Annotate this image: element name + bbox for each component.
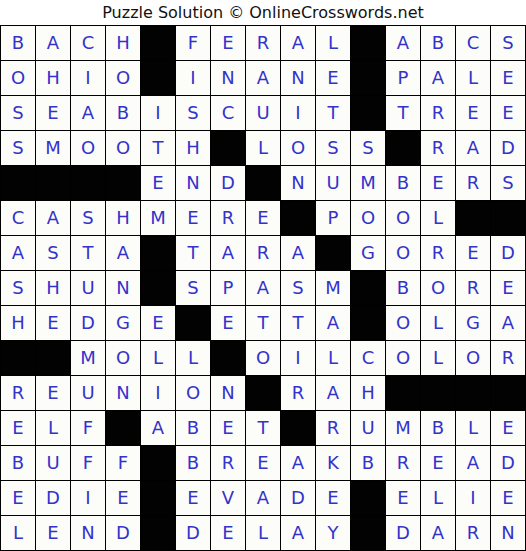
letter-cell-r9c4: G	[106, 306, 140, 340]
block-cell-r3c11	[351, 96, 385, 130]
block-cell-r5c1	[1, 166, 35, 200]
letter-cell-r3c6: S	[176, 96, 210, 130]
letter-cell-r4c5: T	[141, 131, 175, 165]
title-bar: Puzzle Solution © OnlineCrosswords.net	[0, 0, 526, 25]
letter-cell-r7c12: O	[386, 236, 420, 270]
block-cell-r11c15	[491, 376, 525, 410]
letter-cell-r13c4: F	[106, 446, 140, 480]
letter-cell-r2c6: I	[176, 61, 210, 95]
letter-cell-r5c6: N	[176, 166, 210, 200]
block-cell-r12c4	[106, 411, 140, 445]
letter-cell-r15c13: A	[421, 516, 455, 550]
letter-cell-r12c3: F	[71, 411, 105, 445]
block-cell-r6c9	[281, 201, 315, 235]
letter-cell-r13c2: U	[36, 446, 70, 480]
letter-cell-r2c3: I	[71, 61, 105, 95]
block-cell-r6c15	[491, 201, 525, 235]
letter-cell-r9c1: H	[1, 306, 35, 340]
letter-cell-r11c11: H	[351, 376, 385, 410]
block-cell-r13c5	[141, 446, 175, 480]
letter-cell-r14c3: I	[71, 481, 105, 515]
letter-cell-r4c13: R	[421, 131, 455, 165]
block-cell-r8c5	[141, 271, 175, 305]
letter-cell-r4c15: D	[491, 131, 525, 165]
letter-cell-r15c7: E	[211, 516, 245, 550]
letter-cell-r4c6: H	[176, 131, 210, 165]
letter-cell-r14c14: I	[456, 481, 490, 515]
letter-cell-r2c2: H	[36, 61, 70, 95]
letter-cell-r7c4: A	[106, 236, 140, 270]
letter-cell-r6c7: R	[211, 201, 245, 235]
letter-cell-r3c9: I	[281, 96, 315, 130]
letter-cell-r8c12: B	[386, 271, 420, 305]
letter-cell-r10c6: L	[176, 341, 210, 375]
letter-cell-r8c6: S	[176, 271, 210, 305]
letter-cell-r2c7: N	[211, 61, 245, 95]
letter-cell-r3c5: I	[141, 96, 175, 130]
letter-cell-r5c9: N	[281, 166, 315, 200]
letter-cell-r15c4: D	[106, 516, 140, 550]
letter-cell-r1c9: A	[281, 26, 315, 60]
letter-cell-r6c8: E	[246, 201, 280, 235]
letter-cell-r6c10: P	[316, 201, 350, 235]
letter-cell-r8c7: P	[211, 271, 245, 305]
block-cell-r1c5	[141, 26, 175, 60]
letter-cell-r6c5: M	[141, 201, 175, 235]
letter-cell-r11c4: N	[106, 376, 140, 410]
letter-cell-r7c3: T	[71, 236, 105, 270]
letter-cell-r10c4: O	[106, 341, 140, 375]
block-cell-r6c14	[456, 201, 490, 235]
letter-cell-r3c7: C	[211, 96, 245, 130]
letter-cell-r7c14: E	[456, 236, 490, 270]
letter-cell-r3c12: T	[386, 96, 420, 130]
letter-cell-r2c13: A	[421, 61, 455, 95]
letter-cell-r1c15: S	[491, 26, 525, 60]
letter-cell-r13c12: R	[386, 446, 420, 480]
letter-cell-r3c14: E	[456, 96, 490, 130]
letter-cell-r13c1: B	[1, 446, 35, 480]
letter-cell-r11c7: N	[211, 376, 245, 410]
block-cell-r14c11	[351, 481, 385, 515]
letter-cell-r15c2: E	[36, 516, 70, 550]
letter-cell-r14c15: E	[491, 481, 525, 515]
letter-cell-r14c4: E	[106, 481, 140, 515]
letter-cell-r12c7: E	[211, 411, 245, 445]
letter-cell-r3c8: U	[246, 96, 280, 130]
letter-cell-r3c3: A	[71, 96, 105, 130]
letter-cell-r2c9: N	[281, 61, 315, 95]
letter-cell-r1c7: E	[211, 26, 245, 60]
letter-cell-r15c8: L	[246, 516, 280, 550]
letter-cell-r5c5: E	[141, 166, 175, 200]
block-cell-r5c2	[36, 166, 70, 200]
letter-cell-r15c3: N	[71, 516, 105, 550]
letter-cell-r8c8: A	[246, 271, 280, 305]
letter-cell-r3c13: R	[421, 96, 455, 130]
letter-cell-r13c8: E	[246, 446, 280, 480]
letter-cell-r14c7: V	[211, 481, 245, 515]
letter-cell-r1c8: R	[246, 26, 280, 60]
letter-cell-r5c11: M	[351, 166, 385, 200]
letter-cell-r11c1: R	[1, 376, 35, 410]
letter-cell-r7c7: A	[211, 236, 245, 270]
letter-cell-r4c9: O	[281, 131, 315, 165]
block-cell-r5c8	[246, 166, 280, 200]
page-title: Puzzle Solution © OnlineCrosswords.net	[102, 3, 424, 22]
letter-cell-r4c2: M	[36, 131, 70, 165]
letter-cell-r14c1: E	[1, 481, 35, 515]
letter-cell-r2c12: P	[386, 61, 420, 95]
letter-cell-r5c13: E	[421, 166, 455, 200]
letter-cell-r5c7: D	[211, 166, 245, 200]
letter-cell-r7c1: A	[1, 236, 35, 270]
letter-cell-r14c12: E	[386, 481, 420, 515]
letter-cell-r15c12: D	[386, 516, 420, 550]
letter-cell-r9c13: L	[421, 306, 455, 340]
crossword-solution-page: Puzzle Solution © OnlineCrosswords.net B…	[0, 0, 526, 551]
letter-cell-r6c13: L	[421, 201, 455, 235]
letter-cell-r2c15: E	[491, 61, 525, 95]
letter-cell-r7c9: A	[281, 236, 315, 270]
letter-cell-r10c13: L	[421, 341, 455, 375]
block-cell-r2c11	[351, 61, 385, 95]
letter-cell-r1c4: H	[106, 26, 140, 60]
letter-cell-r5c10: U	[316, 166, 350, 200]
letter-cell-r8c13: O	[421, 271, 455, 305]
letter-cell-r4c3: O	[71, 131, 105, 165]
letter-cell-r8c15: E	[491, 271, 525, 305]
letter-cell-r8c10: M	[316, 271, 350, 305]
letter-cell-r8c2: H	[36, 271, 70, 305]
letter-cell-r10c14: O	[456, 341, 490, 375]
letter-cell-r15c10: Y	[316, 516, 350, 550]
letter-cell-r6c3: S	[71, 201, 105, 235]
letter-cell-r2c8: A	[246, 61, 280, 95]
letter-cell-r4c8: L	[246, 131, 280, 165]
letter-cell-r8c14: R	[456, 271, 490, 305]
letter-cell-r13c3: F	[71, 446, 105, 480]
letter-cell-r9c9: T	[281, 306, 315, 340]
letter-cell-r13c6: B	[176, 446, 210, 480]
letter-cell-r8c3: U	[71, 271, 105, 305]
block-cell-r11c13	[421, 376, 455, 410]
letter-cell-r15c9: A	[281, 516, 315, 550]
letter-cell-r12c6: B	[176, 411, 210, 445]
letter-cell-r1c12: A	[386, 26, 420, 60]
letter-cell-r11c2: E	[36, 376, 70, 410]
letter-cell-r13c10: K	[316, 446, 350, 480]
letter-cell-r15c1: L	[1, 516, 35, 550]
letter-cell-r9c3: D	[71, 306, 105, 340]
letter-cell-r14c10: E	[316, 481, 350, 515]
letter-cell-r9c5: E	[141, 306, 175, 340]
block-cell-r12c9	[281, 411, 315, 445]
block-cell-r11c12	[386, 376, 420, 410]
block-cell-r15c5	[141, 516, 175, 550]
block-cell-r4c7	[211, 131, 245, 165]
block-cell-r4c12	[386, 131, 420, 165]
block-cell-r11c14	[456, 376, 490, 410]
letter-cell-r9c15: A	[491, 306, 525, 340]
letter-cell-r3c10: T	[316, 96, 350, 130]
letter-cell-r12c14: L	[456, 411, 490, 445]
letter-cell-r11c5: I	[141, 376, 175, 410]
block-cell-r7c5	[141, 236, 175, 270]
letter-cell-r9c8: T	[246, 306, 280, 340]
letter-cell-r10c15: R	[491, 341, 525, 375]
letter-cell-r4c4: O	[106, 131, 140, 165]
letter-cell-r12c2: L	[36, 411, 70, 445]
letter-cell-r6c1: C	[1, 201, 35, 235]
block-cell-r10c2	[36, 341, 70, 375]
letter-cell-r5c15: S	[491, 166, 525, 200]
block-cell-r11c8	[246, 376, 280, 410]
letter-cell-r15c15: N	[491, 516, 525, 550]
letter-cell-r7c8: R	[246, 236, 280, 270]
letter-cell-r6c12: O	[386, 201, 420, 235]
letter-cell-r7c13: R	[421, 236, 455, 270]
letter-cell-r12c15: E	[491, 411, 525, 445]
letter-cell-r12c10: R	[316, 411, 350, 445]
letter-cell-r13c13: E	[421, 446, 455, 480]
letter-cell-r13c11: B	[351, 446, 385, 480]
block-cell-r7c10	[316, 236, 350, 270]
letter-cell-r7c2: S	[36, 236, 70, 270]
block-cell-r8c11	[351, 271, 385, 305]
letter-cell-r15c6: D	[176, 516, 210, 550]
letter-cell-r10c3: M	[71, 341, 105, 375]
letter-cell-r4c10: S	[316, 131, 350, 165]
letter-cell-r2c10: E	[316, 61, 350, 95]
letter-cell-r11c9: R	[281, 376, 315, 410]
letter-cell-r14c6: E	[176, 481, 210, 515]
letter-cell-r2c4: O	[106, 61, 140, 95]
letter-cell-r2c1: O	[1, 61, 35, 95]
letter-cell-r8c1: S	[1, 271, 35, 305]
block-cell-r9c11	[351, 306, 385, 340]
letter-cell-r6c4: H	[106, 201, 140, 235]
letter-cell-r3c1: S	[1, 96, 35, 130]
letter-cell-r9c10: A	[316, 306, 350, 340]
block-cell-r14c5	[141, 481, 175, 515]
letter-cell-r1c1: B	[1, 26, 35, 60]
block-cell-r10c7	[211, 341, 245, 375]
letter-cell-r6c11: O	[351, 201, 385, 235]
letter-cell-r14c2: D	[36, 481, 70, 515]
letter-cell-r1c10: L	[316, 26, 350, 60]
letter-cell-r13c15: D	[491, 446, 525, 480]
letter-cell-r13c9: A	[281, 446, 315, 480]
block-cell-r5c3	[71, 166, 105, 200]
letter-cell-r3c2: E	[36, 96, 70, 130]
letter-cell-r9c14: G	[456, 306, 490, 340]
letter-cell-r14c9: D	[281, 481, 315, 515]
block-cell-r1c11	[351, 26, 385, 60]
letter-cell-r12c12: M	[386, 411, 420, 445]
letter-cell-r3c4: B	[106, 96, 140, 130]
block-cell-r15c11	[351, 516, 385, 550]
letter-cell-r10c12: O	[386, 341, 420, 375]
letter-cell-r1c2: A	[36, 26, 70, 60]
letter-cell-r12c8: T	[246, 411, 280, 445]
letter-cell-r9c2: E	[36, 306, 70, 340]
letter-cell-r1c14: C	[456, 26, 490, 60]
letter-cell-r9c12: O	[386, 306, 420, 340]
letter-cell-r1c3: C	[71, 26, 105, 60]
letter-cell-r8c9: S	[281, 271, 315, 305]
letter-cell-r10c10: L	[316, 341, 350, 375]
letter-cell-r14c8: A	[246, 481, 280, 515]
letter-cell-r13c14: A	[456, 446, 490, 480]
letter-cell-r13c7: R	[211, 446, 245, 480]
letter-cell-r9c7: E	[211, 306, 245, 340]
letter-cell-r12c13: B	[421, 411, 455, 445]
letter-cell-r11c10: A	[316, 376, 350, 410]
letter-cell-r5c12: B	[386, 166, 420, 200]
letter-cell-r5c14: R	[456, 166, 490, 200]
letter-cell-r2c14: L	[456, 61, 490, 95]
letter-cell-r7c11: G	[351, 236, 385, 270]
letter-cell-r6c2: A	[36, 201, 70, 235]
letter-cell-r4c11: S	[351, 131, 385, 165]
letter-cell-r4c14: A	[456, 131, 490, 165]
block-cell-r10c1	[1, 341, 35, 375]
letter-cell-r1c13: B	[421, 26, 455, 60]
letter-cell-r10c11: C	[351, 341, 385, 375]
letter-cell-r1c6: F	[176, 26, 210, 60]
letter-cell-r10c8: O	[246, 341, 280, 375]
letter-cell-r8c4: N	[106, 271, 140, 305]
letter-cell-r10c9: I	[281, 341, 315, 375]
letter-cell-r12c11: U	[351, 411, 385, 445]
letter-cell-r14c13: L	[421, 481, 455, 515]
letter-cell-r4c1: S	[1, 131, 35, 165]
letter-cell-r11c6: O	[176, 376, 210, 410]
letter-cell-r11c3: U	[71, 376, 105, 410]
letter-cell-r15c14: R	[456, 516, 490, 550]
letter-cell-r7c15: D	[491, 236, 525, 270]
letter-cell-r7c6: T	[176, 236, 210, 270]
block-cell-r2c5	[141, 61, 175, 95]
letter-cell-r12c5: A	[141, 411, 175, 445]
block-cell-r5c4	[106, 166, 140, 200]
letter-cell-r12c1: E	[1, 411, 35, 445]
block-cell-r9c6	[176, 306, 210, 340]
crossword-grid: BACHFERALABCSOHIOINANEPALESEABISCUITTREE…	[0, 25, 526, 551]
letter-cell-r6c6: E	[176, 201, 210, 235]
letter-cell-r3c15: E	[491, 96, 525, 130]
letter-cell-r10c5: L	[141, 341, 175, 375]
